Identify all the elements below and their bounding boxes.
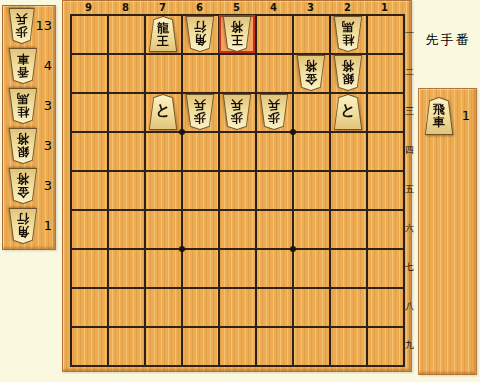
- piece-knight[interactable]: 桂馬: [333, 16, 363, 52]
- piece-knight[interactable]: 桂馬: [8, 88, 38, 124]
- piece-kanji: 銀将: [8, 128, 38, 164]
- piece-pawn[interactable]: 歩兵: [185, 94, 215, 130]
- hoshi-dot: [290, 246, 296, 252]
- piece-lance[interactable]: 香車: [8, 48, 38, 84]
- piece-kanji: 角行: [8, 208, 38, 244]
- file-label: 6: [181, 1, 218, 14]
- piece-tokin[interactable]: と: [148, 94, 178, 130]
- rank-label: 五: [405, 170, 413, 209]
- file-label: 3: [292, 1, 329, 14]
- hand-piece-count: 3: [44, 166, 52, 206]
- piece-bishop[interactable]: 角行: [8, 208, 38, 244]
- piece-kanji: 香車: [8, 48, 38, 84]
- piece-kanji: 銀将: [333, 55, 363, 91]
- piece-king[interactable]: 王将: [222, 16, 252, 52]
- piece-pawn[interactable]: 歩兵: [259, 94, 289, 130]
- hoshi-dot: [179, 246, 185, 252]
- piece-silver[interactable]: 銀将: [8, 128, 38, 164]
- board-grid[interactable]: 龍王角行王将桂馬金将銀将と歩兵歩兵歩兵と: [70, 14, 405, 367]
- sente-hand-tray: 飛車1: [418, 88, 477, 375]
- piece-kanji: と: [333, 94, 363, 130]
- rank-label: 九: [405, 326, 413, 365]
- file-label: 8: [107, 1, 144, 14]
- piece-kanji: 歩兵: [8, 8, 35, 44]
- piece-pawn[interactable]: 歩兵: [222, 94, 252, 130]
- piece-kanji: 歩兵: [185, 94, 215, 130]
- hand-piece-row[interactable]: 飛車1: [419, 89, 476, 139]
- rank-label: 六: [405, 209, 413, 248]
- hand-piece-count: 13: [35, 6, 52, 46]
- hand-piece-row[interactable]: 銀将3: [3, 126, 55, 166]
- hand-piece-count: 3: [44, 86, 52, 126]
- file-labels: 987654321: [70, 1, 406, 14]
- file-label: 9: [70, 1, 107, 14]
- rank-label: 三: [405, 92, 413, 131]
- piece-kanji: 桂馬: [333, 16, 363, 52]
- rank-label: 一: [405, 14, 413, 53]
- piece-kanji: 金将: [8, 168, 38, 204]
- piece-kanji: 歩兵: [259, 94, 289, 130]
- rank-label: 七: [405, 248, 413, 287]
- hand-piece-row[interactable]: 角行1: [3, 206, 55, 246]
- hand-piece-row[interactable]: 香車4: [3, 46, 55, 86]
- piece-kanji: 王将: [222, 16, 252, 52]
- piece-tokin[interactable]: と: [333, 94, 363, 130]
- piece-kanji: 金将: [296, 55, 326, 91]
- turn-indicator: 先手番: [417, 31, 479, 49]
- hand-piece-count: 4: [44, 46, 52, 86]
- piece-kanji: 歩兵: [222, 94, 252, 130]
- hand-piece-row[interactable]: 桂馬3: [3, 86, 55, 126]
- rank-label: 八: [405, 287, 413, 326]
- rank-label: 四: [405, 131, 413, 170]
- gote-hand-tray: 歩兵13香車4桂馬3銀将3金将3角行1: [2, 5, 56, 250]
- piece-kanji: 龍王: [148, 16, 178, 52]
- file-label: 2: [329, 1, 366, 14]
- piece-kanji: 桂馬: [8, 88, 38, 124]
- hand-piece-count: 1: [44, 206, 52, 246]
- rank-label: 二: [405, 53, 413, 92]
- piece-gold[interactable]: 金将: [8, 168, 38, 204]
- piece-pawn[interactable]: 歩兵: [8, 8, 35, 44]
- piece-promoted-rook[interactable]: 龍王: [148, 16, 178, 52]
- hand-piece-count: 1: [462, 96, 470, 136]
- file-label: 4: [255, 1, 292, 14]
- hand-piece-row[interactable]: 金将3: [3, 166, 55, 206]
- piece-silver[interactable]: 銀将: [333, 55, 363, 91]
- file-label: 7: [144, 1, 181, 14]
- piece-rook[interactable]: 飛車: [424, 97, 454, 135]
- piece-kanji: と: [148, 94, 178, 130]
- piece-bishop[interactable]: 角行: [185, 16, 215, 52]
- file-label: 1: [366, 1, 403, 14]
- hoshi-dot: [290, 129, 296, 135]
- hand-piece-row[interactable]: 歩兵13: [3, 6, 55, 46]
- hand-piece-count: 3: [44, 126, 52, 166]
- piece-gold[interactable]: 金将: [296, 55, 326, 91]
- file-label: 5: [218, 1, 255, 14]
- piece-kanji: 角行: [185, 16, 215, 52]
- piece-kanji: 飛車: [424, 97, 454, 135]
- shogi-board: 987654321 龍王角行王将桂馬金将銀将と歩兵歩兵歩兵と 一二三四五六七八九: [62, 0, 412, 372]
